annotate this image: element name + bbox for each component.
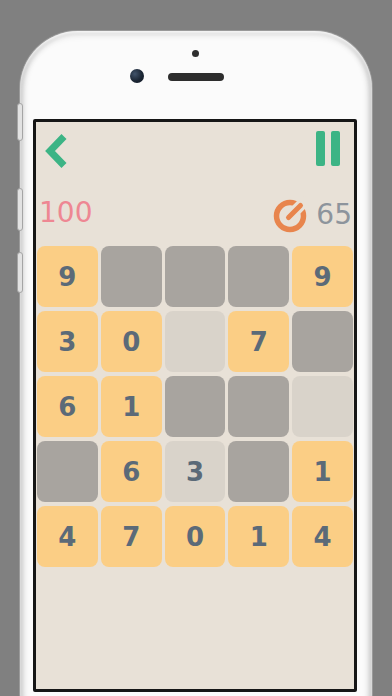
tile-r5c4[interactable]: 1 bbox=[228, 506, 289, 567]
tile-r4c4[interactable] bbox=[228, 441, 289, 502]
stopwatch-icon bbox=[271, 196, 309, 234]
tile-r5c3[interactable]: 0 bbox=[165, 506, 226, 567]
tile-r5c2[interactable]: 7 bbox=[101, 506, 162, 567]
tile-r3c5 bbox=[292, 376, 353, 437]
tile-r2c2[interactable]: 0 bbox=[101, 311, 162, 372]
volume-up-button bbox=[17, 188, 23, 231]
tile-r4c5[interactable]: 1 bbox=[292, 441, 353, 502]
pause-bars-icon bbox=[331, 131, 340, 166]
score-value: 100 bbox=[39, 198, 92, 228]
tile-r3c2[interactable]: 1 bbox=[101, 376, 162, 437]
tile-r1c3[interactable] bbox=[165, 246, 226, 307]
tile-r4c2[interactable]: 6 bbox=[101, 441, 162, 502]
tile-r1c4[interactable] bbox=[228, 246, 289, 307]
pause-button[interactable] bbox=[316, 131, 340, 166]
tile-r3c1[interactable]: 6 bbox=[37, 376, 98, 437]
tile-r1c5[interactable]: 9 bbox=[292, 246, 353, 307]
front-camera-icon bbox=[130, 69, 144, 83]
mute-switch bbox=[17, 103, 23, 141]
tile-r2c1[interactable]: 3 bbox=[37, 311, 98, 372]
app-screen: 100 65 993076163147014 bbox=[33, 119, 357, 692]
puzzle-grid: 993076163147014 bbox=[37, 246, 353, 567]
tile-r1c1[interactable]: 9 bbox=[37, 246, 98, 307]
tile-r3c3[interactable] bbox=[165, 376, 226, 437]
timer: 65 bbox=[271, 196, 352, 234]
tile-r4c3[interactable]: 3 bbox=[165, 441, 226, 502]
pause-bars-icon bbox=[316, 131, 325, 166]
iphone-frame: 100 65 993076163147014 bbox=[20, 31, 372, 696]
game-view: 100 65 993076163147014 bbox=[36, 122, 354, 689]
tile-r5c1[interactable]: 4 bbox=[37, 506, 98, 567]
volume-down-button bbox=[17, 252, 23, 293]
tile-r5c5[interactable]: 4 bbox=[292, 506, 353, 567]
tile-r2c4[interactable]: 7 bbox=[228, 311, 289, 372]
back-button chevron-left-icon[interactable] bbox=[43, 133, 69, 169]
timer-value: 65 bbox=[316, 200, 352, 230]
background: 100 65 993076163147014 bbox=[0, 0, 392, 696]
tile-r2c5[interactable] bbox=[292, 311, 353, 372]
tile-r4c1[interactable] bbox=[37, 441, 98, 502]
tile-r3c4[interactable] bbox=[228, 376, 289, 437]
earpiece-speaker bbox=[168, 73, 224, 81]
tile-r1c2[interactable] bbox=[101, 246, 162, 307]
proximity-sensor bbox=[192, 50, 199, 57]
tile-r2c3 bbox=[165, 311, 226, 372]
